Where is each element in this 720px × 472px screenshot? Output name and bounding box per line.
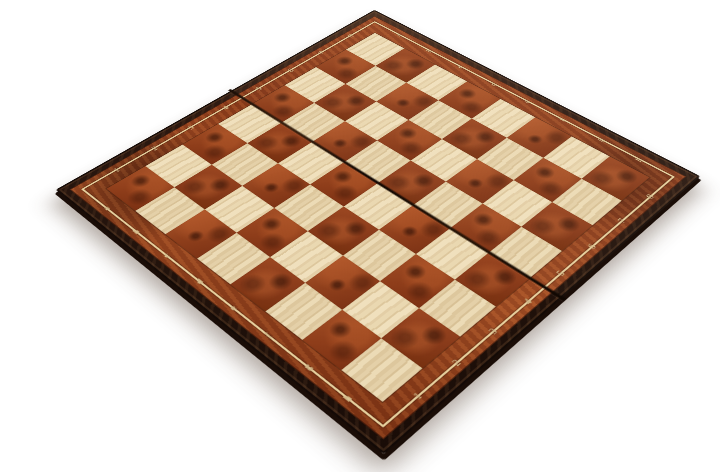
- coordinate-label-d: d: [194, 277, 205, 285]
- photo-background: abcdefgh abcdefgh 87654321 87654321: [0, 0, 720, 472]
- coordinate-label-a: a: [102, 204, 112, 211]
- coordinate-label-h: h: [341, 392, 354, 402]
- coordinate-label-g: g: [594, 136, 605, 142]
- coordinate-label-c: c: [456, 64, 465, 69]
- coordinate-label-4: 4: [221, 105, 230, 111]
- playing-field: [107, 33, 650, 402]
- coordinate-label-4: 4: [521, 297, 533, 306]
- coordinate-label-2: 2: [150, 145, 160, 151]
- coordinate-label-6: 6: [286, 68, 295, 73]
- coordinate-label-h: h: [633, 156, 644, 163]
- coordinate-label-g: g: [301, 361, 313, 371]
- coordinate-label-7: 7: [616, 217, 628, 224]
- coordinate-label-8: 8: [644, 193, 656, 200]
- coordinate-label-f: f: [264, 332, 275, 340]
- coordinate-label-5: 5: [254, 86, 263, 92]
- coordinate-label-a: a: [395, 32, 404, 37]
- coordinate-label-f: f: [558, 117, 567, 122]
- coordinate-label-8: 8: [346, 33, 355, 38]
- coordinate-label-e: e: [522, 99, 532, 105]
- coordinate-label-3: 3: [186, 124, 196, 130]
- coordinate-label-b: b: [131, 227, 142, 235]
- coordinate-label-6: 6: [586, 242, 598, 250]
- coordinate-label-e: e: [228, 303, 239, 311]
- coordinate-label-5: 5: [554, 269, 566, 277]
- coordinate-label-1: 1: [411, 391, 424, 401]
- coordinate-label-d: d: [488, 81, 498, 87]
- chess-board: abcdefgh abcdefgh 87654321 87654321: [56, 10, 701, 455]
- coordinate-label-c: c: [162, 251, 172, 259]
- coordinate-label-7: 7: [317, 50, 326, 55]
- coordinate-label-b: b: [425, 48, 434, 53]
- coordinate-label-3: 3: [487, 327, 500, 336]
- coordinate-label-2: 2: [450, 358, 463, 368]
- coordinate-label-1: 1: [112, 167, 122, 174]
